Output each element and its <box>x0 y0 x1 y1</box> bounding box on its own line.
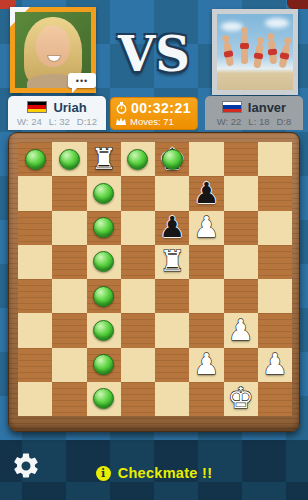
crown-icon <box>116 117 126 126</box>
square-g8[interactable] <box>224 142 258 176</box>
square-f1[interactable] <box>189 382 223 416</box>
chat-bubble-icon[interactable]: ••• <box>68 73 96 88</box>
square-d8[interactable] <box>121 142 155 176</box>
move-hint-c1[interactable] <box>93 388 114 409</box>
square-c4[interactable] <box>87 279 121 313</box>
square-a1[interactable] <box>18 382 52 416</box>
square-h5[interactable] <box>258 245 292 279</box>
white-pawn-f2: ♟ <box>193 350 219 379</box>
square-f3[interactable] <box>189 313 223 347</box>
square-g3[interactable]: ♟ <box>224 313 258 347</box>
move-hint-a8[interactable] <box>25 149 46 170</box>
player2-name: Ianver <box>248 100 286 115</box>
board-frame: ♜♚♟♟♟♜♟♟♟♚ <box>8 132 300 432</box>
square-f4[interactable] <box>189 279 223 313</box>
square-b2[interactable] <box>52 348 86 382</box>
square-a8[interactable] <box>18 142 52 176</box>
chess-board: ♜♚♟♟♟♜♟♟♟♚ <box>18 142 292 416</box>
vs-label: VS <box>102 26 206 82</box>
square-g7[interactable] <box>224 176 258 210</box>
square-a4[interactable] <box>18 279 52 313</box>
square-c1[interactable] <box>87 382 121 416</box>
move-hint-b8[interactable] <box>59 149 80 170</box>
square-b8[interactable] <box>52 142 86 176</box>
square-d2[interactable] <box>121 348 155 382</box>
square-d6[interactable] <box>121 211 155 245</box>
square-b3[interactable] <box>52 313 86 347</box>
timer-box: 00:32:21 Moves: 71 <box>110 97 198 130</box>
square-e7[interactable] <box>155 176 189 210</box>
move-hint-c4[interactable] <box>93 286 114 307</box>
white-rook-e5: ♜ <box>159 247 185 276</box>
info-icon[interactable]: i <box>96 466 111 481</box>
square-b6[interactable] <box>52 211 86 245</box>
square-f8[interactable] <box>189 142 223 176</box>
square-h1[interactable] <box>258 382 292 416</box>
square-b7[interactable] <box>52 176 86 210</box>
square-g4[interactable] <box>224 279 258 313</box>
square-b1[interactable] <box>52 382 86 416</box>
square-h4[interactable] <box>258 279 292 313</box>
square-a2[interactable] <box>18 348 52 382</box>
square-c2[interactable] <box>87 348 121 382</box>
square-d1[interactable] <box>121 382 155 416</box>
square-a3[interactable] <box>18 313 52 347</box>
square-d7[interactable] <box>121 176 155 210</box>
square-h6[interactable] <box>258 211 292 245</box>
square-h8[interactable] <box>258 142 292 176</box>
player2-avatar[interactable] <box>212 9 298 95</box>
player1-name: Uriah <box>53 100 86 115</box>
square-e2[interactable] <box>155 348 189 382</box>
move-hint-c5[interactable] <box>93 251 114 272</box>
player1-record: W: 24 L: 32 D:12 <box>17 116 97 127</box>
square-f5[interactable] <box>189 245 223 279</box>
corner-ribbon-right <box>287 0 308 9</box>
player2-plate: Ianver W: 22 L: 18 D:8 <box>205 96 303 130</box>
square-e6[interactable]: ♟ <box>155 211 189 245</box>
player2-photo <box>217 14 293 90</box>
square-a6[interactable] <box>18 211 52 245</box>
square-a5[interactable] <box>18 245 52 279</box>
square-e3[interactable] <box>155 313 189 347</box>
app-screen: ••• VS Uriah W: 24 L: 32 D:12 <box>0 0 308 500</box>
square-c3[interactable] <box>87 313 121 347</box>
germany-flag-icon <box>27 101 47 113</box>
square-g6[interactable] <box>224 211 258 245</box>
status-message: Checkmate !! <box>118 465 213 481</box>
square-a7[interactable] <box>18 176 52 210</box>
square-e8[interactable]: ♚ <box>155 142 189 176</box>
move-hint-d8[interactable] <box>127 149 148 170</box>
move-hint-e8[interactable] <box>162 149 183 170</box>
move-hint-c3[interactable] <box>93 320 114 341</box>
square-f6[interactable]: ♟ <box>189 211 223 245</box>
square-g2[interactable] <box>224 348 258 382</box>
square-c6[interactable] <box>87 211 121 245</box>
white-king-g1: ♚ <box>228 384 254 413</box>
square-h2[interactable]: ♟ <box>258 348 292 382</box>
square-d3[interactable] <box>121 313 155 347</box>
square-h7[interactable] <box>258 176 292 210</box>
square-e5[interactable]: ♜ <box>155 245 189 279</box>
square-c8[interactable]: ♜ <box>87 142 121 176</box>
white-pawn-f6: ♟ <box>193 213 219 242</box>
square-h3[interactable] <box>258 313 292 347</box>
black-pawn-f7: ♟ <box>193 179 219 208</box>
square-g5[interactable] <box>224 245 258 279</box>
moves-counter: Moves: 71 <box>130 116 174 127</box>
game-clock: 00:32:21 <box>131 100 191 116</box>
move-hint-c2[interactable] <box>93 354 114 375</box>
square-f7[interactable]: ♟ <box>189 176 223 210</box>
russia-flag-icon <box>222 101 242 113</box>
square-c5[interactable] <box>87 245 121 279</box>
player2-record: W: 22 L: 18 D:8 <box>217 116 292 127</box>
black-pawn-e6: ♟ <box>159 213 185 242</box>
square-d4[interactable] <box>121 279 155 313</box>
player1-avatar[interactable]: ••• <box>10 7 96 93</box>
status-bar: i Checkmate !! <box>0 465 308 481</box>
square-e1[interactable] <box>155 382 189 416</box>
square-b4[interactable] <box>52 279 86 313</box>
white-pawn-h2: ♟ <box>262 350 288 379</box>
square-c7[interactable] <box>87 176 121 210</box>
square-g1[interactable]: ♚ <box>224 382 258 416</box>
square-d5[interactable] <box>121 245 155 279</box>
move-hint-c7[interactable] <box>93 183 114 204</box>
stopwatch-icon <box>116 102 127 114</box>
move-hint-c6[interactable] <box>93 217 114 238</box>
player1-plate: Uriah W: 24 L: 32 D:12 <box>8 96 106 130</box>
white-pawn-g3: ♟ <box>228 316 254 345</box>
white-rook-c8: ♜ <box>91 145 117 174</box>
square-b5[interactable] <box>52 245 86 279</box>
square-f2[interactable]: ♟ <box>189 348 223 382</box>
square-e4[interactable] <box>155 279 189 313</box>
